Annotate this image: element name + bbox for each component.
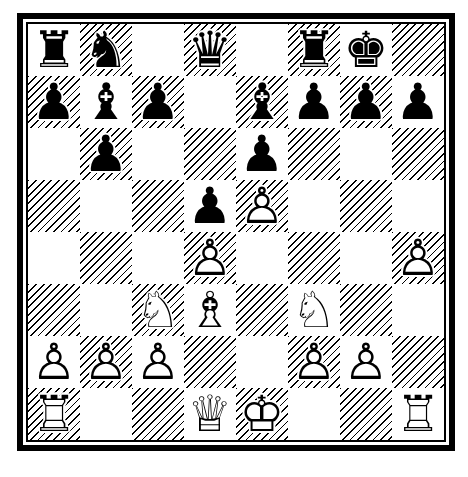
square-d6[interactable]	[184, 128, 236, 180]
square-c5[interactable]	[132, 180, 184, 232]
square-c4[interactable]	[132, 232, 184, 284]
square-c8[interactable]	[132, 24, 184, 76]
square-e2[interactable]	[236, 336, 288, 388]
square-e3[interactable]	[236, 284, 288, 336]
square-e7[interactable]: ♝♝	[236, 76, 288, 128]
square-g3[interactable]	[340, 284, 392, 336]
white-pawn-piece: ♙	[340, 336, 392, 388]
square-c6[interactable]	[132, 128, 184, 180]
square-f5[interactable]	[288, 180, 340, 232]
square-f8[interactable]: ♜♜	[288, 24, 340, 76]
white-pawn-piece: ♙	[392, 232, 444, 284]
square-e5[interactable]: ♟♙	[236, 180, 288, 232]
square-g5[interactable]	[340, 180, 392, 232]
square-a4[interactable]	[28, 232, 80, 284]
black-bishop-piece: ♝	[236, 76, 288, 128]
white-pawn-piece: ♙	[288, 336, 340, 388]
white-rook-piece: ♖	[392, 388, 444, 440]
square-b4[interactable]	[80, 232, 132, 284]
square-e1[interactable]: ♚♔	[236, 388, 288, 440]
square-d4[interactable]: ♟♙	[184, 232, 236, 284]
square-b1[interactable]	[80, 388, 132, 440]
square-a3[interactable]	[28, 284, 80, 336]
black-queen-piece: ♛	[184, 24, 236, 76]
square-c2[interactable]: ♟♙	[132, 336, 184, 388]
square-d1[interactable]: ♛♕	[184, 388, 236, 440]
black-knight-piece: ♞	[80, 24, 132, 76]
square-a2[interactable]: ♟♙	[28, 336, 80, 388]
square-c1[interactable]	[132, 388, 184, 440]
square-e4[interactable]	[236, 232, 288, 284]
square-a1[interactable]: ♜♖	[28, 388, 80, 440]
chess-diagram-page: ♜♜♞♞♛♛♜♜♚♚♟♟♝♝♟♟♝♝♟♟♟♟♟♟♟♟♟♟♟♟♟♙♟♙♟♙♞♘♝♗…	[0, 0, 468, 477]
square-b5[interactable]	[80, 180, 132, 232]
black-pawn-piece: ♟	[28, 76, 80, 128]
square-h1[interactable]: ♜♖	[392, 388, 444, 440]
black-pawn-piece: ♟	[132, 76, 184, 128]
white-pawn-piece: ♙	[184, 232, 236, 284]
white-king-piece: ♔	[236, 388, 288, 440]
square-d7[interactable]	[184, 76, 236, 128]
square-h4[interactable]: ♟♙	[392, 232, 444, 284]
square-g7[interactable]: ♟♟	[340, 76, 392, 128]
square-f6[interactable]	[288, 128, 340, 180]
square-d2[interactable]	[184, 336, 236, 388]
square-a6[interactable]	[28, 128, 80, 180]
square-f7[interactable]: ♟♟	[288, 76, 340, 128]
square-b2[interactable]: ♟♙	[80, 336, 132, 388]
square-g1[interactable]	[340, 388, 392, 440]
square-g4[interactable]	[340, 232, 392, 284]
square-f1[interactable]	[288, 388, 340, 440]
square-a5[interactable]	[28, 180, 80, 232]
square-d8[interactable]: ♛♛	[184, 24, 236, 76]
black-pawn-piece: ♟	[184, 180, 236, 232]
square-e8[interactable]	[236, 24, 288, 76]
square-h2[interactable]	[392, 336, 444, 388]
square-c3[interactable]: ♞♘	[132, 284, 184, 336]
black-bishop-piece: ♝	[80, 76, 132, 128]
square-g8[interactable]: ♚♚	[340, 24, 392, 76]
square-e6[interactable]: ♟♟	[236, 128, 288, 180]
black-pawn-piece: ♟	[80, 128, 132, 180]
square-a8[interactable]: ♜♜	[28, 24, 80, 76]
square-h3[interactable]	[392, 284, 444, 336]
square-c7[interactable]: ♟♟	[132, 76, 184, 128]
white-rook-piece: ♖	[28, 388, 80, 440]
square-b8[interactable]: ♞♞	[80, 24, 132, 76]
black-rook-piece: ♜	[288, 24, 340, 76]
square-f4[interactable]	[288, 232, 340, 284]
black-rook-piece: ♜	[28, 24, 80, 76]
square-a7[interactable]: ♟♟	[28, 76, 80, 128]
board-outer-border: ♜♜♞♞♛♛♜♜♚♚♟♟♝♝♟♟♝♝♟♟♟♟♟♟♟♟♟♟♟♟♟♙♟♙♟♙♞♘♝♗…	[17, 13, 455, 451]
square-h6[interactable]	[392, 128, 444, 180]
black-pawn-piece: ♟	[340, 76, 392, 128]
white-pawn-piece: ♙	[80, 336, 132, 388]
square-b3[interactable]	[80, 284, 132, 336]
square-g2[interactable]: ♟♙	[340, 336, 392, 388]
white-bishop-piece: ♗	[184, 284, 236, 336]
square-h7[interactable]: ♟♟	[392, 76, 444, 128]
square-d3[interactable]: ♝♗	[184, 284, 236, 336]
white-knight-piece: ♘	[288, 284, 340, 336]
square-h8[interactable]	[392, 24, 444, 76]
black-pawn-piece: ♟	[236, 128, 288, 180]
black-pawn-piece: ♟	[392, 76, 444, 128]
square-h5[interactable]	[392, 180, 444, 232]
square-b6[interactable]: ♟♟	[80, 128, 132, 180]
white-pawn-piece: ♙	[236, 180, 288, 232]
white-queen-piece: ♕	[184, 388, 236, 440]
square-d5[interactable]: ♟♟	[184, 180, 236, 232]
white-pawn-piece: ♙	[132, 336, 184, 388]
black-king-piece: ♚	[340, 24, 392, 76]
square-f3[interactable]: ♞♘	[288, 284, 340, 336]
square-g6[interactable]	[340, 128, 392, 180]
chess-board: ♜♜♞♞♛♛♜♜♚♚♟♟♝♝♟♟♝♝♟♟♟♟♟♟♟♟♟♟♟♟♟♙♟♙♟♙♞♘♝♗…	[28, 24, 444, 440]
white-pawn-piece: ♙	[28, 336, 80, 388]
board-inner-border: ♜♜♞♞♛♛♜♜♚♚♟♟♝♝♟♟♝♝♟♟♟♟♟♟♟♟♟♟♟♟♟♙♟♙♟♙♞♘♝♗…	[26, 22, 446, 442]
square-f2[interactable]: ♟♙	[288, 336, 340, 388]
black-pawn-piece: ♟	[288, 76, 340, 128]
white-knight-piece: ♘	[132, 284, 184, 336]
square-b7[interactable]: ♝♝	[80, 76, 132, 128]
